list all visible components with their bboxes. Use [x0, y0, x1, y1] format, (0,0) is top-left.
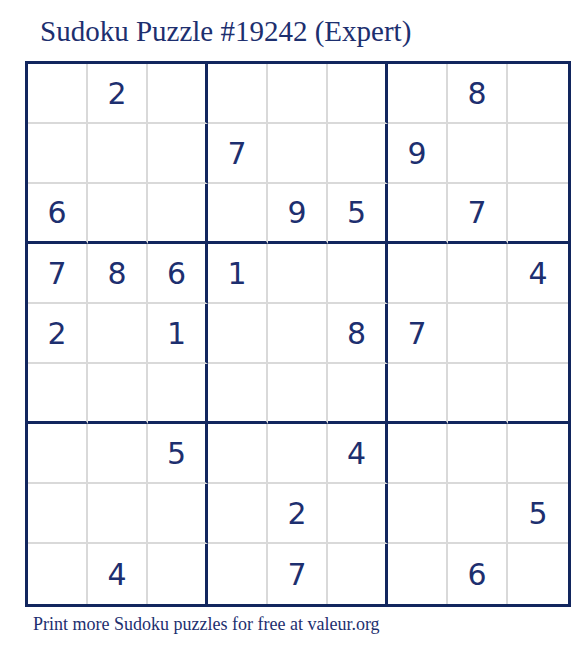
cell-r1c2: 2 — [88, 64, 148, 124]
cell-r2c7: 9 — [388, 124, 448, 184]
cell-r3c9 — [508, 184, 568, 244]
cell-r7c5 — [268, 424, 328, 484]
cell-r4c3: 6 — [148, 244, 208, 304]
cell-r7c4 — [208, 424, 268, 484]
cell-r3c4 — [208, 184, 268, 244]
cell-r7c6: 4 — [328, 424, 388, 484]
cell-r2c5 — [268, 124, 328, 184]
cell-r9c2: 4 — [88, 544, 148, 604]
cell-r9c6 — [328, 544, 388, 604]
footer-credit: Print more Sudoku puzzles for free at va… — [33, 612, 380, 636]
cell-r2c3 — [148, 124, 208, 184]
cell-r8c8 — [448, 484, 508, 544]
cell-r6c6 — [328, 364, 388, 424]
cell-r1c9 — [508, 64, 568, 124]
cell-r7c8 — [448, 424, 508, 484]
cell-r3c5: 9 — [268, 184, 328, 244]
cell-r5c7: 7 — [388, 304, 448, 364]
cell-r4c6 — [328, 244, 388, 304]
cell-r4c7 — [388, 244, 448, 304]
cell-r8c4 — [208, 484, 268, 544]
cell-r1c6 — [328, 64, 388, 124]
cell-r9c4 — [208, 544, 268, 604]
cell-r4c1: 7 — [28, 244, 88, 304]
cell-r3c2 — [88, 184, 148, 244]
cell-r6c4 — [208, 364, 268, 424]
cell-r5c6: 8 — [328, 304, 388, 364]
cell-r3c1: 6 — [28, 184, 88, 244]
cell-r4c5 — [268, 244, 328, 304]
cell-r1c5 — [268, 64, 328, 124]
page-title: Sudoku Puzzle #19242 (Expert) — [40, 14, 411, 48]
cell-r8c2 — [88, 484, 148, 544]
cell-r1c3 — [148, 64, 208, 124]
cell-r1c7 — [388, 64, 448, 124]
cell-r5c4 — [208, 304, 268, 364]
cell-r6c5 — [268, 364, 328, 424]
cell-r6c1 — [28, 364, 88, 424]
cell-r6c2 — [88, 364, 148, 424]
cell-r2c4: 7 — [208, 124, 268, 184]
cell-r6c7 — [388, 364, 448, 424]
cell-r9c9 — [508, 544, 568, 604]
sudoku-board: 287969577861421875425476 — [25, 61, 571, 607]
cell-r8c7 — [388, 484, 448, 544]
cell-r2c8 — [448, 124, 508, 184]
cell-r5c1: 2 — [28, 304, 88, 364]
cell-r7c9 — [508, 424, 568, 484]
cell-r8c3 — [148, 484, 208, 544]
cell-r2c2 — [88, 124, 148, 184]
cell-r4c8 — [448, 244, 508, 304]
cell-r8c1 — [28, 484, 88, 544]
cell-r1c8: 8 — [448, 64, 508, 124]
cell-r5c2 — [88, 304, 148, 364]
cell-r1c1 — [28, 64, 88, 124]
cell-r5c8 — [448, 304, 508, 364]
cell-r7c1 — [28, 424, 88, 484]
cell-r9c1 — [28, 544, 88, 604]
cell-r1c4 — [208, 64, 268, 124]
cell-r3c7 — [388, 184, 448, 244]
cell-r7c3: 5 — [148, 424, 208, 484]
cell-r8c6 — [328, 484, 388, 544]
cell-r4c9: 4 — [508, 244, 568, 304]
cell-r3c3 — [148, 184, 208, 244]
cell-r9c7 — [388, 544, 448, 604]
cell-r4c4: 1 — [208, 244, 268, 304]
cell-r8c9: 5 — [508, 484, 568, 544]
cell-r8c5: 2 — [268, 484, 328, 544]
cell-r2c9 — [508, 124, 568, 184]
cell-r3c8: 7 — [448, 184, 508, 244]
cell-r2c6 — [328, 124, 388, 184]
cell-r2c1 — [28, 124, 88, 184]
cell-r5c5 — [268, 304, 328, 364]
cell-r9c5: 7 — [268, 544, 328, 604]
cell-r9c3 — [148, 544, 208, 604]
cell-r5c3: 1 — [148, 304, 208, 364]
cell-r4c2: 8 — [88, 244, 148, 304]
cell-r9c8: 6 — [448, 544, 508, 604]
cell-r7c2 — [88, 424, 148, 484]
cell-r6c8 — [448, 364, 508, 424]
page: Sudoku Puzzle #19242 (Expert) 2879695778… — [0, 0, 580, 651]
cell-r7c7 — [388, 424, 448, 484]
cell-r6c9 — [508, 364, 568, 424]
cell-r3c6: 5 — [328, 184, 388, 244]
cell-r6c3 — [148, 364, 208, 424]
cell-r5c9 — [508, 304, 568, 364]
